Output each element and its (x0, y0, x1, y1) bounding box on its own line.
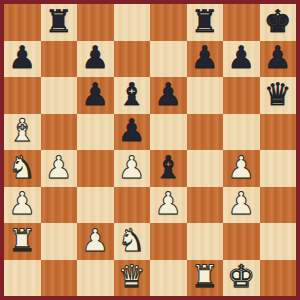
square-c3[interactable] (77, 187, 114, 224)
black-pawn: ♟ (81, 79, 109, 110)
square-h5[interactable] (260, 114, 297, 151)
black-pawn: ♟ (191, 42, 219, 73)
black-bishop: ♝ (118, 79, 146, 110)
black-pawn: ♟ (81, 42, 109, 73)
square-a3[interactable]: ♟ (4, 187, 41, 224)
black-pawn: ♟ (264, 42, 292, 73)
square-d4[interactable]: ♟ (114, 150, 151, 187)
square-c4[interactable] (77, 150, 114, 187)
square-a2[interactable]: ♜ (4, 223, 41, 260)
square-f1[interactable]: ♜ (187, 260, 224, 297)
square-h3[interactable] (260, 187, 297, 224)
square-g3[interactable]: ♟ (223, 187, 260, 224)
square-d2[interactable]: ♞ (114, 223, 151, 260)
square-d6[interactable]: ♝ (114, 77, 151, 114)
square-e2[interactable] (150, 223, 187, 260)
square-c5[interactable] (77, 114, 114, 151)
square-h6[interactable]: ♛ (260, 77, 297, 114)
square-e5[interactable] (150, 114, 187, 151)
square-b3[interactable] (41, 187, 78, 224)
white-pawn: ♟ (45, 152, 73, 183)
black-rook: ♜ (191, 6, 219, 37)
square-f6[interactable] (187, 77, 224, 114)
square-g1[interactable]: ♚ (223, 260, 260, 297)
black-pawn: ♟ (118, 115, 146, 146)
white-pawn: ♟ (118, 152, 146, 183)
square-e4[interactable]: ♝ (150, 150, 187, 187)
chess-board: ♜♜♚♟♟♟♟♟♟♝♟♛♝♟♞♟♟♝♟♟♟♟♜♟♞♛♜♚ (4, 4, 296, 296)
white-queen: ♛ (118, 261, 146, 292)
square-b8[interactable]: ♜ (41, 4, 78, 41)
square-f2[interactable] (187, 223, 224, 260)
square-e1[interactable] (150, 260, 187, 297)
square-a8[interactable] (4, 4, 41, 41)
square-e6[interactable]: ♟ (150, 77, 187, 114)
square-d5[interactable]: ♟ (114, 114, 151, 151)
square-a4[interactable]: ♞ (4, 150, 41, 187)
square-a7[interactable]: ♟ (4, 41, 41, 78)
square-c7[interactable]: ♟ (77, 41, 114, 78)
square-f7[interactable]: ♟ (187, 41, 224, 78)
white-pawn: ♟ (227, 188, 255, 219)
square-a1[interactable] (4, 260, 41, 297)
square-h2[interactable] (260, 223, 297, 260)
square-f4[interactable] (187, 150, 224, 187)
white-king: ♚ (227, 261, 255, 292)
square-e3[interactable]: ♟ (150, 187, 187, 224)
black-pawn: ♟ (154, 79, 182, 110)
square-g5[interactable] (223, 114, 260, 151)
square-d8[interactable] (114, 4, 151, 41)
square-g6[interactable] (223, 77, 260, 114)
square-b5[interactable] (41, 114, 78, 151)
square-a5[interactable]: ♝ (4, 114, 41, 151)
chess-board-frame: ♜♜♚♟♟♟♟♟♟♝♟♛♝♟♞♟♟♝♟♟♟♟♜♟♞♛♜♚ (0, 0, 300, 300)
black-queen: ♛ (264, 79, 292, 110)
square-d1[interactable]: ♛ (114, 260, 151, 297)
square-b6[interactable] (41, 77, 78, 114)
square-h7[interactable]: ♟ (260, 41, 297, 78)
square-c2[interactable]: ♟ (77, 223, 114, 260)
black-bishop: ♝ (154, 152, 182, 183)
square-c1[interactable] (77, 260, 114, 297)
square-b1[interactable] (41, 260, 78, 297)
black-rook: ♜ (45, 6, 73, 37)
square-c6[interactable]: ♟ (77, 77, 114, 114)
white-pawn: ♟ (154, 188, 182, 219)
white-rook: ♜ (191, 261, 219, 292)
square-g7[interactable]: ♟ (223, 41, 260, 78)
square-h1[interactable] (260, 260, 297, 297)
square-b2[interactable] (41, 223, 78, 260)
white-knight: ♞ (118, 225, 146, 256)
square-e7[interactable] (150, 41, 187, 78)
square-f5[interactable] (187, 114, 224, 151)
square-e8[interactable] (150, 4, 187, 41)
white-pawn: ♟ (227, 152, 255, 183)
black-pawn: ♟ (227, 42, 255, 73)
square-b7[interactable] (41, 41, 78, 78)
white-pawn: ♟ (8, 188, 36, 219)
square-d7[interactable] (114, 41, 151, 78)
white-rook: ♜ (8, 225, 36, 256)
square-g8[interactable] (223, 4, 260, 41)
square-a6[interactable] (4, 77, 41, 114)
white-pawn: ♟ (81, 225, 109, 256)
square-d3[interactable] (114, 187, 151, 224)
black-pawn: ♟ (8, 42, 36, 73)
square-b4[interactable]: ♟ (41, 150, 78, 187)
square-g4[interactable]: ♟ (223, 150, 260, 187)
black-king: ♚ (264, 6, 292, 37)
square-h8[interactable]: ♚ (260, 4, 297, 41)
square-h4[interactable] (260, 150, 297, 187)
white-bishop: ♝ (8, 115, 36, 146)
white-knight: ♞ (8, 152, 36, 183)
square-g2[interactable] (223, 223, 260, 260)
square-f3[interactable] (187, 187, 224, 224)
square-f8[interactable]: ♜ (187, 4, 224, 41)
square-c8[interactable] (77, 4, 114, 41)
